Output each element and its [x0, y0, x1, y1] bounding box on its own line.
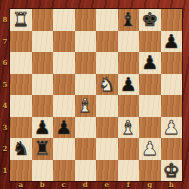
file-label-a: a: [10, 180, 32, 189]
square-b3[interactable]: ♟: [32, 117, 54, 139]
square-c8[interactable]: [53, 9, 75, 31]
square-g5[interactable]: [139, 74, 161, 96]
square-h1[interactable]: ♚: [161, 160, 183, 182]
file-label-h: h: [161, 180, 183, 189]
piece-white-bishop-f3[interactable]: ♝: [118, 117, 140, 139]
rank-label-7: 7: [0, 31, 10, 53]
square-e3[interactable]: [96, 117, 118, 139]
chess-board-frame: 87654321 ♜♝♚♟♟♞♟♝♟♟♝♟♞♜♟♚ abcdefgh: [0, 0, 189, 189]
piece-white-pawn-h3[interactable]: ♟: [161, 117, 183, 139]
piece-white-pawn-g2[interactable]: ♟: [139, 138, 161, 160]
piece-black-pawn-g6[interactable]: ♟: [139, 52, 161, 74]
square-g8[interactable]: ♚: [139, 9, 161, 31]
square-g6[interactable]: ♟: [139, 52, 161, 74]
piece-black-knight-a2[interactable]: ♞: [10, 138, 32, 160]
file-label-d: d: [75, 180, 97, 189]
square-a5[interactable]: [10, 74, 32, 96]
square-f7[interactable]: [118, 31, 140, 53]
file-label-c: c: [53, 180, 75, 189]
square-b1[interactable]: [32, 160, 54, 182]
square-h3[interactable]: ♟: [161, 117, 183, 139]
chess-board[interactable]: ♜♝♚♟♟♞♟♝♟♟♝♟♞♜♟♚: [10, 9, 182, 181]
square-f2[interactable]: [118, 138, 140, 160]
piece-white-rook-a8[interactable]: ♜: [10, 9, 32, 31]
piece-white-king-h1[interactable]: ♚: [161, 160, 183, 182]
square-a3[interactable]: [10, 117, 32, 139]
rank-label-3: 3: [0, 117, 10, 139]
square-a8[interactable]: ♜: [10, 9, 32, 31]
square-c2[interactable]: [53, 138, 75, 160]
square-d7[interactable]: [75, 31, 97, 53]
square-h5[interactable]: [161, 74, 183, 96]
square-c4[interactable]: [53, 95, 75, 117]
piece-black-king-g8[interactable]: ♚: [139, 9, 161, 31]
square-d6[interactable]: [75, 52, 97, 74]
square-c7[interactable]: [53, 31, 75, 53]
rank-label-2: 2: [0, 138, 10, 160]
square-h2[interactable]: [161, 138, 183, 160]
square-f3[interactable]: ♝: [118, 117, 140, 139]
square-d2[interactable]: [75, 138, 97, 160]
square-h7[interactable]: ♟: [161, 31, 183, 53]
square-g3[interactable]: [139, 117, 161, 139]
piece-white-bishop-d4[interactable]: ♝: [75, 95, 97, 117]
square-h8[interactable]: [161, 9, 183, 31]
square-a2[interactable]: ♞: [10, 138, 32, 160]
square-h6[interactable]: [161, 52, 183, 74]
piece-black-pawn-h7[interactable]: ♟: [161, 31, 183, 53]
square-b7[interactable]: [32, 31, 54, 53]
square-b6[interactable]: [32, 52, 54, 74]
square-d1[interactable]: [75, 160, 97, 182]
square-c6[interactable]: [53, 52, 75, 74]
square-b2[interactable]: ♜: [32, 138, 54, 160]
rank-label-8: 8: [0, 9, 10, 31]
file-label-f: f: [118, 180, 140, 189]
rank-labels: 87654321: [0, 9, 10, 181]
file-label-b: b: [32, 180, 54, 189]
square-d4[interactable]: ♝: [75, 95, 97, 117]
file-label-e: e: [96, 180, 118, 189]
piece-black-pawn-f5[interactable]: ♟: [118, 74, 140, 96]
square-e8[interactable]: [96, 9, 118, 31]
square-g7[interactable]: [139, 31, 161, 53]
square-g4[interactable]: [139, 95, 161, 117]
square-g2[interactable]: ♟: [139, 138, 161, 160]
file-label-g: g: [139, 180, 161, 189]
rank-label-5: 5: [0, 74, 10, 96]
square-g1[interactable]: [139, 160, 161, 182]
square-b8[interactable]: [32, 9, 54, 31]
square-e6[interactable]: [96, 52, 118, 74]
square-b4[interactable]: [32, 95, 54, 117]
square-d8[interactable]: [75, 9, 97, 31]
square-b5[interactable]: [32, 74, 54, 96]
square-a7[interactable]: [10, 31, 32, 53]
file-labels: abcdefgh: [10, 180, 182, 189]
square-c5[interactable]: [53, 74, 75, 96]
square-c3[interactable]: ♟: [53, 117, 75, 139]
square-f4[interactable]: [118, 95, 140, 117]
square-f5[interactable]: ♟: [118, 74, 140, 96]
piece-black-pawn-b3[interactable]: ♟: [32, 117, 54, 139]
rank-label-4: 4: [0, 95, 10, 117]
square-h4[interactable]: [161, 95, 183, 117]
piece-black-bishop-f8[interactable]: ♝: [118, 9, 140, 31]
square-e1[interactable]: [96, 160, 118, 182]
square-e2[interactable]: [96, 138, 118, 160]
piece-black-pawn-c3[interactable]: ♟: [53, 117, 75, 139]
square-e4[interactable]: [96, 95, 118, 117]
piece-white-knight-e5[interactable]: ♞: [96, 74, 118, 96]
rank-label-1: 1: [0, 160, 10, 182]
square-f1[interactable]: [118, 160, 140, 182]
square-a1[interactable]: [10, 160, 32, 182]
square-a4[interactable]: [10, 95, 32, 117]
square-c1[interactable]: [53, 160, 75, 182]
square-a6[interactable]: [10, 52, 32, 74]
square-d3[interactable]: [75, 117, 97, 139]
square-d5[interactable]: [75, 74, 97, 96]
square-e5[interactable]: ♞: [96, 74, 118, 96]
rank-label-6: 6: [0, 52, 10, 74]
square-f8[interactable]: ♝: [118, 9, 140, 31]
piece-black-rook-b2[interactable]: ♜: [32, 138, 54, 160]
square-e7[interactable]: [96, 31, 118, 53]
square-f6[interactable]: [118, 52, 140, 74]
